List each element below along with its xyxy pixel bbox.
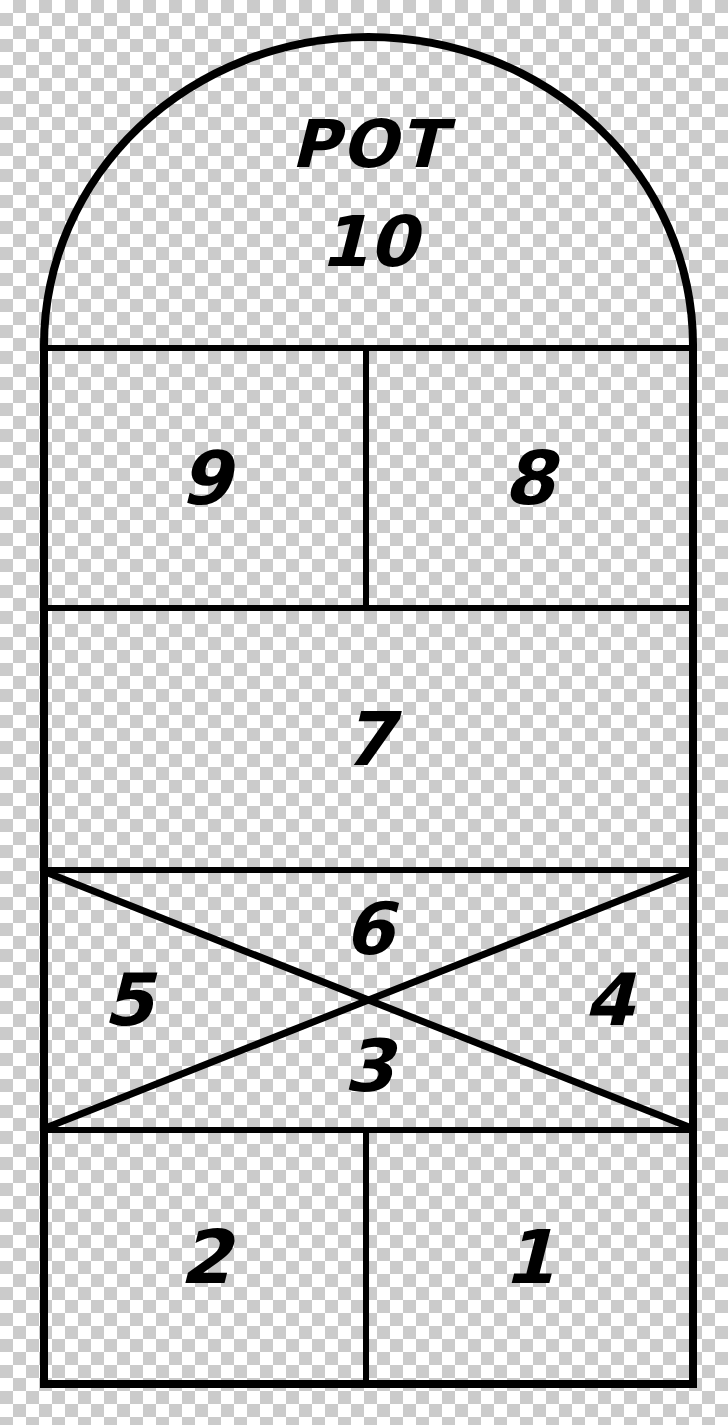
- zone-3-number: 3: [343, 1030, 393, 1102]
- zone-8: 8: [369, 351, 690, 605]
- zone-7-number: 7: [343, 702, 395, 776]
- zone-2-number: 2: [180, 1220, 232, 1294]
- row-2-1: 2 1: [40, 1127, 697, 1388]
- zone-9-number: 9: [180, 441, 232, 515]
- zone-pot-10: POT 10: [40, 33, 697, 345]
- zone-4-number: 4: [584, 964, 634, 1036]
- zone-9: 9: [48, 351, 369, 605]
- crossed-zone-3-4-5-6: 6 5 4 3: [40, 867, 697, 1127]
- zone-1-number: 1: [503, 1220, 555, 1294]
- zone-5-number: 5: [103, 964, 153, 1036]
- hopscotch-court: POT 10 9 8 7 6 5 4 3 2 1: [40, 33, 697, 1388]
- zone-8-number: 8: [503, 441, 555, 515]
- zone-10-number: 10: [320, 193, 417, 291]
- transparent-checker-background: { "game": "hopscotch", "position": { "no…: [0, 0, 728, 1425]
- row-9-8: 9 8: [40, 345, 697, 605]
- zone-2: 2: [48, 1133, 369, 1380]
- zone-6-number: 6: [343, 893, 393, 965]
- zone-7: 7: [40, 605, 697, 867]
- pot-label: POT: [291, 95, 447, 193]
- zone-1: 1: [369, 1133, 690, 1380]
